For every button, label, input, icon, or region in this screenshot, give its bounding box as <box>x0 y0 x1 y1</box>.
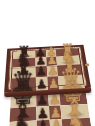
brass-clasp <box>85 64 89 67</box>
chess-set-scene: ♜♟♟♜♞♟♟♞♝♟♟♝♛♟♟♛♚♟♟♚♝♟♟♝♞♟♟♞♜♟♟♜ <box>0 0 95 126</box>
piece-white-rook[interactable]: ♜ <box>69 125 88 126</box>
piece-anchor-d7: ♟ <box>36 77 48 91</box>
piece-anchor-d2: ♟ <box>47 76 59 90</box>
chess-board: ♜♟♟♜♞♟♟♞♝♟♟♝♛♟♟♛♚♟♟♚♝♟♟♝♞♟♟♞♜♟♟♜ <box>4 45 91 92</box>
piece-anchor-g2: ♟ <box>49 119 63 126</box>
board-grid: ♜♟♟♜♞♟♟♞♝♟♟♝♛♟♟♛♚♟♟♚♝♟♟♝♞♟♟♞♜♟♟♜ <box>11 48 83 88</box>
board-frame: ♜♟♟♜♞♟♟♞♝♟♟♝♛♟♟♛♚♟♟♚♝♟♟♝♞♟♟♞♜♟♟♜ <box>4 45 91 92</box>
piece-black-pawn[interactable]: ♟ <box>36 119 50 126</box>
piece-anchor-g7: ♟ <box>37 120 50 126</box>
piece-white-pawn[interactable]: ♟ <box>49 118 63 126</box>
board-trim-inlay: ♜♟♟♜♞♟♟♞♝♟♟♝♛♟♟♛♚♟♟♚♝♟♟♝♞♟♟♞♜♟♟♜ <box>8 47 86 90</box>
